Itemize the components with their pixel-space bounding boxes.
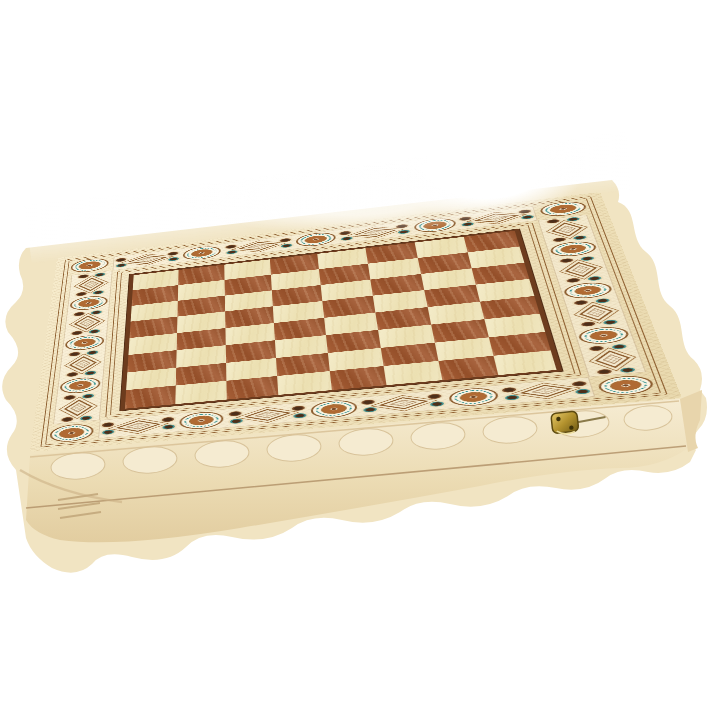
diamond-motif <box>371 393 435 413</box>
rosette-medallion <box>596 374 656 397</box>
diamond-inlay <box>69 356 97 371</box>
diamond-inlay <box>519 385 572 397</box>
rosette-medallion <box>296 231 337 248</box>
inlay-dot <box>168 257 179 262</box>
diamond-motif <box>123 251 172 267</box>
rosette-medallion <box>447 386 499 407</box>
diamond-inlay <box>474 214 519 223</box>
inlay-dot <box>597 369 613 375</box>
rosette-medallion <box>310 399 358 420</box>
diamond-inlay <box>243 409 291 421</box>
inlay-dot <box>430 401 444 407</box>
ornament-band-left <box>53 270 112 424</box>
inlay-dot <box>575 389 591 395</box>
diamond-inlay <box>238 242 279 251</box>
inlay-dot <box>76 292 87 297</box>
board-square <box>383 361 441 385</box>
inlay-dot <box>93 290 104 295</box>
board-square <box>226 376 279 400</box>
diamond-inlay <box>551 223 582 237</box>
inlay-dot-pair <box>279 238 292 249</box>
diamond-motif <box>467 209 525 226</box>
inlay-dot-pair <box>518 209 534 220</box>
inlay-dot <box>581 321 596 327</box>
rosette-medallion <box>413 217 457 234</box>
inlay-dot <box>573 235 587 240</box>
board-square <box>494 350 557 375</box>
rosette-medallion <box>183 245 221 262</box>
inlay-dot <box>398 229 410 234</box>
inlay-dot-pair <box>428 393 445 407</box>
inlay-dot <box>71 330 82 335</box>
inlay-dot <box>291 405 304 411</box>
diamond-motif <box>110 416 166 435</box>
diamond-inlay <box>378 397 428 409</box>
diamond-inlay <box>564 262 596 277</box>
inlay-dot <box>553 237 567 242</box>
board-square <box>175 381 226 404</box>
diamond-inlay <box>63 400 92 416</box>
diamond-motif <box>238 405 297 424</box>
inlay-dot <box>521 215 534 220</box>
rosette-medallion <box>577 325 631 346</box>
inlay-dot <box>67 372 79 377</box>
inlay-dot-pair <box>396 223 410 234</box>
board-square <box>330 366 386 390</box>
inlay-dot <box>61 417 73 422</box>
diamond-inlay <box>594 350 629 368</box>
inlay-dot <box>518 209 531 214</box>
diamond-inlay <box>73 315 100 329</box>
inlay-dot <box>162 417 174 423</box>
inlay-dot-pair <box>571 380 591 395</box>
inlay-dot <box>80 415 92 421</box>
inlay-dot <box>620 367 636 373</box>
board-square <box>277 371 331 395</box>
diamond-inlay <box>78 278 104 291</box>
diamond-motif <box>233 238 284 255</box>
inlay-dot-pair <box>167 251 179 262</box>
inlay-dot <box>587 276 602 281</box>
board-square <box>125 386 176 409</box>
inlay-dot-pair <box>161 416 175 430</box>
inlay-dot <box>603 319 618 325</box>
diamond-inlay <box>115 420 160 432</box>
board-square <box>438 356 499 380</box>
inlay-dot <box>571 381 587 387</box>
rosette-medallion <box>59 376 101 395</box>
inlay-dot <box>89 329 100 334</box>
inlay-dot <box>428 393 442 399</box>
inlay-dot <box>566 278 580 283</box>
inlay-dot <box>85 370 97 375</box>
diamond-motif <box>511 381 580 401</box>
product-photo <box>0 0 720 720</box>
inlay-dot <box>293 413 306 419</box>
diamond-inlay <box>127 255 166 264</box>
inlay-dot <box>167 251 178 256</box>
rosette-medallion <box>49 423 94 444</box>
inlay-dot-pair <box>291 405 306 419</box>
inlay-dot <box>279 238 290 243</box>
rosette-medallion <box>180 410 224 430</box>
inlay-dot <box>396 224 408 229</box>
inlay-dot <box>162 424 174 430</box>
diamond-motif <box>348 224 402 241</box>
inlay-dot <box>281 243 292 248</box>
diamond-inlay <box>353 228 396 237</box>
diamond-inlay <box>579 304 613 320</box>
